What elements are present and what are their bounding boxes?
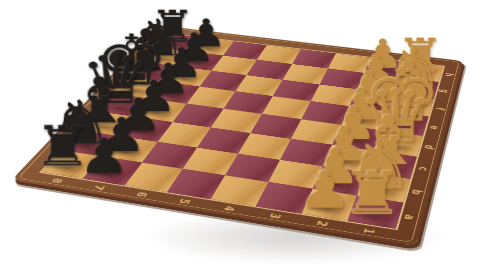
piece-black-pawn-a7: ♟: [79, 132, 130, 181]
perspective-wrapper: ♜♟♟♜♞♟♟♞♝♟♟♝♚♟♟♚♛♟♟♛♝♟♟♝♞♟♟♞♜♟♟♜ 8765432…: [82, 0, 443, 268]
piece-white-rook-a1: ♜: [340, 164, 403, 224]
board-grid: ♜♟♟♜♞♟♟♞♝♟♟♝♚♟♟♚♛♟♟♛♝♟♟♝♞♟♟♞♜♟♟♜: [42, 33, 443, 228]
square-b4: [225, 153, 280, 182]
chess-set-photo: ♜♟♟♜♞♟♟♞♝♟♟♝♚♟♟♚♛♟♟♛♝♟♟♝♞♟♟♞♜♟♟♜ 8765432…: [0, 0, 500, 271]
chess-board: ♜♟♟♜♞♟♟♞♝♟♟♝♚♟♟♚♛♟♟♛♝♟♟♝♞♟♟♞♜♟♟♜ 8765432…: [11, 25, 463, 246]
